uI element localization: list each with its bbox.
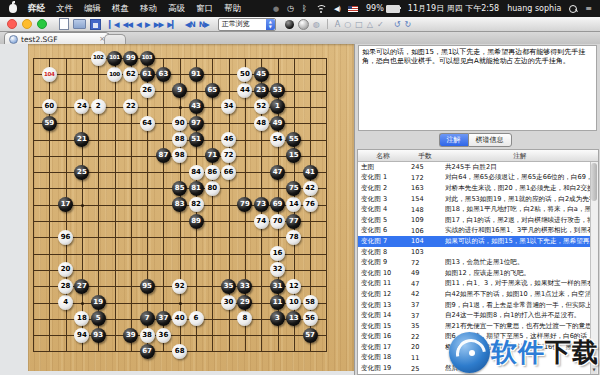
c-mv: 42 [411, 290, 445, 298]
stone-white-68[interactable]: 68 [172, 344, 187, 359]
stone-white-48[interactable]: 48 [254, 116, 269, 131]
save-file-icon[interactable] [90, 19, 101, 30]
stone-black-33[interactable]: 33 [237, 279, 252, 294]
battery-icon [386, 5, 400, 13]
notification-center-icon[interactable]: ≡ [585, 4, 592, 13]
dragon-logo-icon [449, 332, 490, 373]
c-note: 图11，白1、3，对于黑来说，如果财宝一样的黑右上角… [445, 279, 591, 288]
table-row-变化图 4[interactable]: 变化图 4148图18，如黑1平凡地打吃，白2粘，将来，白a，黑b之后… [358, 204, 591, 215]
stone-white-6[interactable]: 6 [189, 311, 204, 326]
view-mode-value: 正常浏览 [219, 19, 266, 29]
stone-black-19[interactable]: 19 [91, 295, 106, 310]
header-name: 名称 [358, 151, 408, 161]
minimize-window-button[interactable] [22, 19, 32, 29]
white-stone-tool-icon[interactable] [298, 19, 309, 30]
stone-white-80[interactable]: 80 [205, 181, 220, 196]
segmented-buttons: 注解 棋谱信息 [355, 133, 595, 147]
stone-black-59[interactable]: 59 [42, 116, 57, 131]
stone-black-27[interactable]: 27 [74, 279, 89, 294]
table-row-主图[interactable]: 主图245共245手 白胜2目 [358, 162, 591, 173]
stone-black-47[interactable]: 47 [270, 165, 285, 180]
stone-white-24[interactable]: 24 [74, 99, 89, 114]
star-point [81, 302, 84, 305]
stone-white-36[interactable]: 36 [156, 328, 171, 343]
last-move-button[interactable]: ▶▎ [167, 20, 177, 29]
table-row-变化图 9[interactable]: 变化图 972图13，会急忙走黑1位吧。 [358, 257, 591, 268]
stone-black-15[interactable]: 15 [286, 148, 301, 163]
c-name: 变化图 7 [358, 237, 411, 246]
c-name: 变化图 19 [358, 364, 411, 373]
c-name: 变化图 3 [358, 195, 411, 204]
stone-black-89[interactable]: 89 [189, 214, 204, 229]
stone-black-81[interactable]: 81 [189, 181, 204, 196]
c-note: 自24这一手如图8，白1的打入也并不是没有。 [445, 311, 591, 320]
stone-white-2[interactable]: 2 [91, 99, 106, 114]
main-area: 1234567891011121314151617181920212223242… [0, 44, 600, 375]
stone-black-25[interactable]: 25 [74, 165, 89, 180]
c-mv: 49 [411, 269, 445, 277]
stone-white-30[interactable]: 30 [221, 295, 236, 310]
stone-white-12[interactable]: 12 [286, 279, 301, 294]
watermark: 软件下载 [449, 329, 599, 375]
c-mv: 172 [411, 174, 445, 182]
stone-black-97[interactable]: 97 [189, 116, 204, 131]
stone-white-38[interactable]: 38 [140, 328, 155, 343]
c-mv: 37 [411, 312, 445, 320]
stone-black-55[interactable]: 55 [286, 132, 301, 147]
stone-black-41[interactable]: 41 [303, 165, 318, 180]
menu-username[interactable]: huang sophia [507, 4, 561, 13]
stone-black-21[interactable]: 21 [74, 132, 89, 147]
star-point [179, 106, 182, 109]
c-note: 白42如黑不下的话，如图10，黑1点过来，白空消失险… [445, 290, 591, 299]
stone-black-91[interactable]: 91 [189, 67, 204, 82]
stone-black-101[interactable]: 101 [107, 51, 122, 66]
black-stone-tool-icon[interactable] [285, 20, 294, 29]
c-mv: 154 [411, 195, 445, 203]
stone-black-45[interactable]: 45 [254, 67, 269, 82]
spotlight-search-icon[interactable] [569, 5, 577, 13]
c-mv: 106 [411, 227, 445, 235]
c-name: 主图 [358, 163, 411, 172]
stone-white-84[interactable]: 84 [189, 165, 204, 180]
c-name: 变化图 13 [358, 301, 411, 310]
next-variation-button[interactable]: N▶ [199, 20, 209, 29]
stone-black-57[interactable]: 57 [303, 328, 318, 343]
stone-black-17[interactable]: 17 [58, 197, 73, 212]
menu-items: 弈经文件编辑棋盘移动高级窗口帮助 [28, 3, 241, 15]
stone-white-10[interactable]: 10 [286, 295, 301, 310]
menu-item-5[interactable]: 移动 [140, 3, 157, 15]
time-machine-icon[interactable]: ◷ [287, 4, 294, 13]
c-name: 变化图 16 [358, 332, 411, 341]
menu-item-8[interactable]: 帮助 [224, 3, 241, 15]
stone-white-20[interactable]: 20 [58, 262, 73, 277]
tab-title: test2.SGF [21, 35, 57, 44]
stone-white-8[interactable]: 8 [237, 311, 252, 326]
volume-icon[interactable]: ◀) [334, 5, 340, 13]
c-name: 变化图 5 [358, 216, 411, 225]
stone-black-93[interactable]: 93 [91, 328, 106, 343]
table-row-变化图 1[interactable]: 变化图 1172对白64，黑65必须退让，黑65走66位的，白69，黑65… [358, 173, 591, 184]
menu-item-7[interactable]: 窗口 [196, 3, 213, 15]
menu-item-3[interactable]: 编辑 [84, 3, 101, 15]
stone-white-78[interactable]: 78 [286, 230, 301, 245]
input-language-flag-icon[interactable] [348, 6, 358, 12]
circle-marker-icon[interactable]: ○ [344, 20, 351, 29]
battery-percent: 99% [366, 4, 384, 13]
c-note: 图9，白1退，看上去是非常普通的一手，但实际上是恶… [445, 301, 591, 310]
stone-white-14[interactable]: 14 [286, 197, 301, 212]
stone-black-7[interactable]: 7 [140, 311, 155, 326]
c-note: 对此，黑53如图19，黑1就的应的话，白2成为先手，这… [445, 195, 591, 204]
stone-black-85[interactable]: 85 [172, 181, 187, 196]
sgf-file-icon [9, 35, 18, 44]
stone-white-60[interactable]: 60 [42, 99, 57, 114]
menu-item-2[interactable]: 文件 [56, 3, 73, 15]
c-note: 实战的进行和图16黑1、3平凡的棋形相比，到黑石混，… [445, 226, 591, 235]
stone-white-46[interactable]: 46 [221, 132, 236, 147]
stone-white-18[interactable]: 18 [74, 311, 89, 326]
c-name: 变化图 14 [358, 311, 411, 320]
star-point [81, 204, 84, 207]
status-dot-icon[interactable]: ● [273, 5, 279, 13]
watermark-text-blue: 软件 [491, 337, 545, 367]
stone-black-75[interactable]: 75 [286, 181, 301, 196]
triangle-marker-icon[interactable]: △ [367, 20, 373, 29]
c-note: 如果可以的话，如图15，黑1以下先走，黑希望再边都… [445, 237, 591, 246]
stone-black-61[interactable]: 61 [140, 67, 155, 82]
c-mv: 22 [411, 333, 445, 341]
table-row-变化图 8[interactable]: 变化图 8103 [358, 247, 591, 258]
rotate-left-icon[interactable]: ↺ [394, 20, 401, 29]
stone-white-62[interactable]: 62 [123, 67, 138, 82]
bluetooth-icon[interactable]: ᛒ [302, 4, 307, 13]
board-panel: 1234567891011121314151617181920212223242… [0, 44, 354, 375]
table-row-变化图 6[interactable]: 变化图 6106实战的进行和图16黑1、3平凡的棋形相比，到黑石混，… [358, 226, 591, 237]
stone-black-77[interactable]: 77 [286, 214, 301, 229]
menu-item-1[interactable]: 弈经 [28, 3, 45, 15]
stone-black-9[interactable]: 9 [172, 83, 187, 98]
stone-black-79[interactable]: 79 [237, 197, 252, 212]
stone-white-76[interactable]: 76 [303, 197, 318, 212]
stone-white-26[interactable]: 26 [140, 83, 155, 98]
apple-menu-icon[interactable] [9, 4, 17, 13]
stone-black-51[interactable]: 51 [189, 132, 204, 147]
star-point [179, 302, 182, 305]
comment-box[interactable]: 如果可以的话，如图15，黑1以下先走，黑希望再边都有能够得到先手挂角，恐白也是职… [358, 45, 597, 131]
new-file-icon[interactable] [59, 18, 69, 30]
stone-white-52[interactable]: 52 [254, 99, 269, 114]
stone-black-5[interactable]: 5 [91, 311, 106, 326]
stone-white-40[interactable]: 40 [172, 311, 187, 326]
stone-white-74[interactable]: 74 [254, 214, 269, 229]
stone-white-88[interactable]: 88 [172, 132, 187, 147]
menu-clock[interactable]: 11月19日 周四 下午2:58 [408, 3, 499, 14]
stone-black-3[interactable]: 3 [270, 311, 285, 326]
open-file-icon[interactable] [73, 19, 86, 29]
view-mode-dropdown[interactable]: 正常浏览 ▲▼ [218, 18, 276, 31]
c-mv: 25 [411, 365, 445, 373]
c-mv: 72 [411, 259, 445, 267]
stone-white-58[interactable]: 58 [303, 295, 318, 310]
stone-white-82[interactable]: 82 [189, 197, 204, 212]
rotate-right-icon[interactable]: ↻ [404, 20, 411, 29]
zoom-window-button[interactable] [37, 19, 47, 29]
back-1-button[interactable]: ◀ [136, 20, 141, 29]
stone-white-64[interactable]: 64 [140, 116, 155, 131]
menu-item-4[interactable]: 棋盘 [112, 3, 129, 15]
stone-black-83[interactable]: 83 [172, 197, 187, 212]
scrollbar-thumb[interactable] [591, 163, 597, 201]
c-name: 变化图 4 [358, 205, 411, 214]
stone-black-69[interactable]: 69 [270, 197, 285, 212]
menu-item-6[interactable]: 高级 [168, 3, 185, 15]
c-name: 变化图 6 [358, 226, 411, 235]
c-mv: 47 [411, 280, 445, 288]
stone-white-96[interactable]: 96 [58, 230, 73, 245]
c-note: 共245手 白胜2目 [445, 163, 591, 172]
stone-black-31[interactable]: 31 [270, 279, 285, 294]
c-note: 对白64，黑65必须退让，黑65走66位的，白69，黑65… [445, 173, 591, 182]
table-row-变化图 5[interactable]: 变化图 5109图17，白1的话，黑2退，对白棋继续进行攻击，将来，白… [358, 215, 591, 226]
label-tool-icon[interactable]: A [335, 20, 340, 29]
c-note: 图18，如黑1平凡地打吃，白2粘，将来，白a，黑b之后… [445, 205, 591, 214]
stone-black-1[interactable]: 1 [270, 99, 285, 114]
stone-white-98[interactable]: 98 [172, 148, 187, 163]
grid-line-v [212, 58, 213, 352]
table-header: 名称 手数 注解 [358, 150, 598, 162]
go-board[interactable]: 1234567891011121314151617181920212223242… [28, 44, 354, 371]
table-row-变化图 10[interactable]: 变化图 1049如图12，应该走黑1的飞吧。 [358, 268, 591, 279]
square-marker-icon[interactable]: □ [355, 20, 363, 29]
stone-white-86[interactable]: 86 [205, 165, 220, 180]
stone-black-39[interactable]: 39 [123, 328, 138, 343]
check-marker-icon[interactable]: ✓ [377, 20, 384, 29]
stone-black-35[interactable]: 35 [221, 279, 236, 294]
toolbar-divider [327, 19, 328, 29]
c-note: 如图12，应该走黑1的飞吧。 [445, 269, 591, 278]
grid-line-h [33, 237, 327, 238]
game-info-tab-button[interactable]: 棋谱信息 [468, 133, 512, 147]
stone-black-11[interactable]: 11 [270, 295, 285, 310]
stone-black-29[interactable]: 29 [237, 295, 252, 310]
back-10-button[interactable]: ◀◀ [123, 20, 133, 29]
stone-black-73[interactable]: 73 [254, 197, 269, 212]
menu-bar: 弈经文件编辑棋盘移动高级窗口帮助 ● ◷ ᛒ ◀) 99% 11月19日 周四 … [0, 0, 600, 17]
c-mv: 37 [411, 301, 445, 309]
stone-black-49[interactable]: 49 [270, 116, 285, 131]
c-mv: 148 [411, 206, 445, 214]
c-note: 图13，会急忙走黑1位吧。 [445, 258, 591, 267]
table-row-变化图 13[interactable]: 变化图 1337图9，白1退，看上去是非常普通的一手，但实际上是恶… [358, 300, 591, 311]
stone-black-53[interactable]: 53 [270, 83, 285, 98]
stone-white-22[interactable]: 22 [123, 99, 138, 114]
table-row-变化图 3[interactable]: 变化图 3154对此，黑53如图19，黑1就的应的话，白2成为先手，这… [358, 194, 591, 205]
header-note: 注解 [442, 151, 598, 161]
stone-white-32[interactable]: 32 [270, 262, 285, 277]
stone-black-71[interactable]: 71 [205, 148, 220, 163]
prev-variation-button[interactable]: ◀N [185, 20, 195, 29]
stone-white-34[interactable]: 34 [221, 99, 236, 114]
c-name: 变化图 11 [358, 279, 411, 288]
c-name: 变化图 17 [358, 343, 411, 352]
close-window-button[interactable] [7, 19, 17, 29]
table-row-变化图 11[interactable]: 变化图 1147图11，白1、3，对于黑来说，如果财宝一样的黑右上角… [358, 279, 591, 290]
stone-black-63[interactable]: 63 [156, 67, 171, 82]
stone-white-42[interactable]: 42 [303, 181, 318, 196]
forward-1-button[interactable]: ▶ [145, 20, 150, 29]
stone-white-66[interactable]: 66 [221, 165, 236, 180]
annotation-tab-button[interactable]: 注解 [439, 133, 468, 147]
c-mv: 163 [411, 184, 445, 192]
c-mv: 35 [411, 322, 445, 330]
battery-indicator[interactable]: 99% [366, 4, 400, 13]
stone-white-28[interactable]: 28 [58, 279, 73, 294]
window-controls [0, 19, 55, 29]
c-name: 变化图 1 [358, 173, 411, 182]
stone-white-16[interactable]: 16 [270, 246, 285, 261]
stone-black-43[interactable]: 43 [189, 99, 204, 114]
stone-white-92[interactable]: 92 [172, 279, 187, 294]
wifi-icon[interactable] [315, 5, 326, 13]
watermark-text-dark: 下载 [545, 337, 599, 367]
c-name: 变化图 2 [358, 184, 411, 193]
dropdown-stepper-icon[interactable]: ▲▼ [266, 19, 275, 30]
toolbar: ▎◀ ◀◀ ◀ ▶ ▶▶ ▶▎ ◀N N▶ 正常浏览 ▲▼ ◍ A ○ □ △ … [0, 17, 600, 32]
c-mv: 104 [411, 237, 445, 245]
c-name: 变化图 10 [358, 269, 411, 278]
stone-white-56[interactable]: 56 [303, 311, 318, 326]
stone-white-50[interactable]: 50 [237, 67, 252, 82]
c-mv: 20 [411, 343, 445, 351]
stone-white-44[interactable]: 44 [237, 83, 252, 98]
stone-black-95[interactable]: 95 [140, 279, 155, 294]
c-note: 对桥本先生来说，图20，黑1必须先走，和白2交换后再… [445, 184, 591, 193]
stone-white-70[interactable]: 70 [270, 214, 285, 229]
forward-10-button[interactable]: ▶▶ [154, 20, 164, 29]
c-mv: 109 [411, 216, 445, 224]
c-name: 变化图 15 [358, 322, 411, 331]
stone-black-99[interactable]: 99 [123, 51, 138, 66]
stone-white-90[interactable]: 90 [172, 116, 187, 131]
c-name: 变化图 8 [358, 248, 411, 257]
first-move-button[interactable]: ▎◀ [109, 20, 119, 29]
right-panel: 如果可以的话，如图15，黑1以下先走，黑希望再边都有能够得到先手挂角，恐白也是职… [354, 44, 600, 375]
stone-black-65[interactable]: 65 [205, 83, 220, 98]
c-mv: 103 [411, 248, 445, 256]
table-row-变化图 7[interactable]: 变化图 7104如果可以的话，如图15，黑1以下先走，黑希望再边都… [358, 236, 591, 247]
c-name: 变化图 18 [358, 353, 411, 362]
c-name: 变化图 9 [358, 258, 411, 267]
stone-white-72[interactable]: 72 [221, 148, 236, 163]
stone-white-4[interactable]: 4 [58, 295, 73, 310]
count-tool-icon[interactable]: ◍ [313, 20, 320, 29]
c-name: 变化图 12 [358, 290, 411, 299]
grid-line-v [326, 58, 327, 352]
table-row-变化图 14[interactable]: 变化图 1437自24这一手如图8，白1的打入也并不是没有。 [358, 310, 591, 321]
table-row-变化图 12[interactable]: 变化图 1242白42如黑不下的话，如图10，黑1点过来，白空消失险… [358, 289, 591, 300]
stone-black-67[interactable]: 67 [140, 344, 155, 359]
stone-black-87[interactable]: 87 [156, 148, 171, 163]
stone-white-102[interactable]: 102 [91, 51, 106, 66]
stone-black-13[interactable]: 13 [286, 311, 301, 326]
table-row-变化图 2[interactable]: 变化图 2163对桥本先生来说，图20，黑1必须先走，和白2交换后再… [358, 183, 591, 194]
stone-white-54[interactable]: 54 [270, 132, 285, 147]
stone-white-94[interactable]: 94 [74, 328, 89, 343]
header-moves: 手数 [408, 151, 442, 161]
stone-white-104[interactable]: 104 [42, 67, 57, 82]
stone-black-37[interactable]: 37 [156, 311, 171, 326]
stone-black-103[interactable]: 103 [140, 51, 155, 66]
c-note: 图17，白1的话，黑2退，对白棋继续进行攻击，将来，白… [445, 216, 591, 225]
stone-white-100[interactable]: 100 [107, 67, 122, 82]
c-mv: 245 [411, 163, 445, 171]
c-mv: 11 [411, 354, 445, 362]
stone-black-23[interactable]: 23 [254, 83, 269, 98]
